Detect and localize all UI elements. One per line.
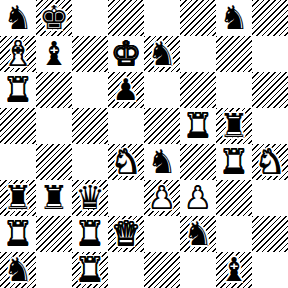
square-h2[interactable] (252, 216, 288, 252)
black-rook-g5: ♜ (219, 108, 249, 144)
square-b6[interactable] (36, 72, 72, 108)
square-d7[interactable]: ♚ (108, 36, 144, 72)
square-f6[interactable] (180, 72, 216, 108)
black-king-b8: ♚ (39, 0, 69, 36)
square-h3[interactable] (252, 180, 288, 216)
black-knight-e4: ♞ (147, 144, 177, 180)
square-c1[interactable]: ♜ (72, 252, 108, 288)
square-h8[interactable] (252, 0, 288, 36)
black-knight-e7: ♞ (147, 36, 177, 72)
square-e7[interactable]: ♞ (144, 36, 180, 72)
square-b1[interactable] (36, 252, 72, 288)
square-a3[interactable]: ♜ (0, 180, 36, 216)
square-d3[interactable] (108, 180, 144, 216)
square-c3[interactable]: ♛ (72, 180, 108, 216)
square-a4[interactable] (0, 144, 36, 180)
black-knight-f2: ♞ (183, 216, 213, 252)
white-rook-f5: ♜ (183, 108, 213, 144)
black-pawn-d6: ♟ (113, 72, 140, 108)
square-a2[interactable]: ♜ (0, 216, 36, 252)
square-f5[interactable]: ♜ (180, 108, 216, 144)
square-h1[interactable] (252, 252, 288, 288)
black-knight-a8: ♞ (3, 0, 33, 36)
square-f4[interactable] (180, 144, 216, 180)
white-pawn-e3: ♟ (149, 180, 176, 216)
black-rook-a3: ♜ (3, 180, 33, 216)
square-g5[interactable]: ♜ (216, 108, 252, 144)
square-a1[interactable]: ♞ (0, 252, 36, 288)
square-c4[interactable] (72, 144, 108, 180)
square-b2[interactable] (36, 216, 72, 252)
square-e6[interactable] (144, 72, 180, 108)
square-b3[interactable]: ♜ (36, 180, 72, 216)
square-e2[interactable] (144, 216, 180, 252)
square-g7[interactable] (216, 36, 252, 72)
square-g4[interactable]: ♜ (216, 144, 252, 180)
black-bishop-g1: ♝ (219, 252, 249, 288)
square-b7[interactable]: ♝ (36, 36, 72, 72)
square-f7[interactable] (180, 36, 216, 72)
square-b8[interactable]: ♚ (36, 0, 72, 36)
square-d6[interactable]: ♟ (108, 72, 144, 108)
white-rook-a2: ♜ (3, 216, 33, 252)
white-knight-h4: ♞ (255, 144, 285, 180)
square-c7[interactable] (72, 36, 108, 72)
square-d1[interactable] (108, 252, 144, 288)
square-c5[interactable] (72, 108, 108, 144)
square-g3[interactable] (216, 180, 252, 216)
white-rook-c2: ♜ (75, 216, 105, 252)
square-a6[interactable]: ♜ (0, 72, 36, 108)
square-e4[interactable]: ♞ (144, 144, 180, 180)
square-d2[interactable]: ♛ (108, 216, 144, 252)
black-knight-g8: ♞ (219, 0, 249, 36)
square-f8[interactable] (180, 0, 216, 36)
square-a5[interactable] (0, 108, 36, 144)
black-knight-a1: ♞ (3, 252, 33, 288)
square-f2[interactable]: ♞ (180, 216, 216, 252)
chess-board: ♞♚♞♝♝♚♞♜♟♜♜♞♞♜♞♜♜♛♟♟♜♜♛♞♞♜♝ (0, 0, 288, 288)
white-king-d7: ♚ (111, 36, 141, 72)
square-h5[interactable] (252, 108, 288, 144)
white-knight-d4: ♞ (111, 144, 141, 180)
square-b4[interactable] (36, 144, 72, 180)
square-c8[interactable] (72, 0, 108, 36)
square-e5[interactable] (144, 108, 180, 144)
white-pawn-f3: ♟ (185, 180, 212, 216)
square-f1[interactable] (180, 252, 216, 288)
white-rook-c1: ♜ (75, 252, 105, 288)
square-h4[interactable]: ♞ (252, 144, 288, 180)
square-d8[interactable] (108, 0, 144, 36)
square-d4[interactable]: ♞ (108, 144, 144, 180)
square-a7[interactable]: ♝ (0, 36, 36, 72)
square-f3[interactable]: ♟ (180, 180, 216, 216)
square-g2[interactable] (216, 216, 252, 252)
square-e8[interactable] (144, 0, 180, 36)
square-b5[interactable] (36, 108, 72, 144)
black-rook-b3: ♜ (39, 180, 69, 216)
black-queen-c3: ♛ (75, 180, 105, 216)
square-e1[interactable] (144, 252, 180, 288)
white-queen-d2: ♛ (111, 216, 141, 252)
square-g1[interactable]: ♝ (216, 252, 252, 288)
white-bishop-a7: ♝ (3, 36, 33, 72)
square-e3[interactable]: ♟ (144, 180, 180, 216)
white-rook-g4: ♜ (219, 144, 249, 180)
square-h6[interactable] (252, 72, 288, 108)
square-g6[interactable] (216, 72, 252, 108)
square-a8[interactable]: ♞ (0, 0, 36, 36)
square-d5[interactable] (108, 108, 144, 144)
square-h7[interactable] (252, 36, 288, 72)
white-rook-a6: ♜ (3, 72, 33, 108)
square-g8[interactable]: ♞ (216, 0, 252, 36)
black-bishop-b7: ♝ (39, 36, 69, 72)
square-c6[interactable] (72, 72, 108, 108)
square-c2[interactable]: ♜ (72, 216, 108, 252)
